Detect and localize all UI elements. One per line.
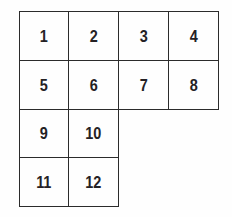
cell-number: 10 bbox=[86, 125, 102, 142]
grid-cell-6: 6 bbox=[69, 61, 119, 110]
grid-cell-1: 1 bbox=[19, 11, 69, 61]
cell-number: 7 bbox=[140, 77, 148, 94]
grid-cell-11: 11 bbox=[19, 158, 69, 207]
grid-cell-12: 12 bbox=[69, 158, 119, 207]
grid-cell-9: 9 bbox=[19, 110, 69, 158]
grid-cell-4: 4 bbox=[169, 11, 219, 61]
cell-number: 5 bbox=[40, 77, 48, 94]
cell-number: 2 bbox=[90, 28, 98, 45]
cell-number: 6 bbox=[90, 77, 98, 94]
grid-cell-2: 2 bbox=[69, 11, 119, 61]
cell-number: 9 bbox=[40, 125, 48, 142]
cell-number: 4 bbox=[190, 28, 198, 45]
number-grid: 123456789101112 bbox=[19, 11, 219, 207]
cell-number: 3 bbox=[140, 28, 148, 45]
grid-cell-5: 5 bbox=[19, 61, 69, 110]
grid-cell-7: 7 bbox=[119, 61, 169, 110]
diagram-canvas: 123456789101112 bbox=[0, 0, 232, 217]
grid-cell-8: 8 bbox=[169, 61, 219, 110]
cell-number: 8 bbox=[190, 77, 198, 94]
cell-number: 11 bbox=[37, 174, 52, 191]
cell-number: 12 bbox=[86, 174, 102, 191]
grid-cell-10: 10 bbox=[69, 110, 119, 158]
grid-cell-3: 3 bbox=[119, 11, 169, 61]
cell-number: 1 bbox=[40, 28, 48, 45]
